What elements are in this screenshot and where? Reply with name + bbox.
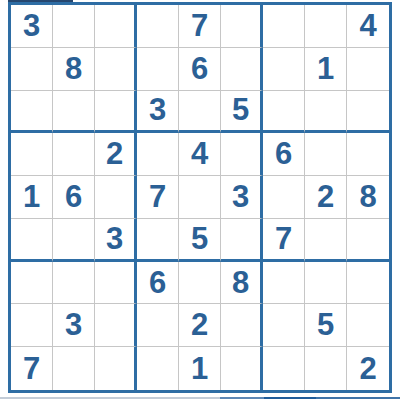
cell-r2c4[interactable]	[137, 48, 179, 91]
sudoku-board: 3748613524616732835768325712	[8, 2, 392, 393]
cell-r8c1[interactable]	[11, 304, 53, 347]
cell-r9c1[interactable]: 7	[11, 347, 53, 390]
cell-r7c1[interactable]	[11, 262, 53, 305]
cell-r1c7[interactable]	[263, 5, 305, 48]
cell-r1c6[interactable]	[221, 5, 263, 48]
cell-r8c8[interactable]: 5	[305, 304, 347, 347]
cell-r4c3[interactable]: 2	[95, 133, 137, 176]
cell-r3c6[interactable]: 5	[221, 91, 263, 134]
cell-r1c2[interactable]	[53, 5, 95, 48]
cell-r5c7[interactable]	[263, 176, 305, 219]
cell-r2c6[interactable]	[221, 48, 263, 91]
cell-r8c4[interactable]	[137, 304, 179, 347]
cell-r4c7[interactable]: 6	[263, 133, 305, 176]
cell-r9c4[interactable]	[137, 347, 179, 390]
cell-r5c8[interactable]: 2	[305, 176, 347, 219]
cell-r1c1[interactable]: 3	[11, 5, 53, 48]
cell-r3c9[interactable]	[347, 91, 389, 134]
cell-r2c7[interactable]	[263, 48, 305, 91]
cell-r5c2[interactable]: 6	[53, 176, 95, 219]
cell-r6c9[interactable]	[347, 219, 389, 262]
cell-r2c8[interactable]: 1	[305, 48, 347, 91]
cell-r6c8[interactable]	[305, 219, 347, 262]
cell-r3c7[interactable]	[263, 91, 305, 134]
cell-r6c5[interactable]: 5	[179, 219, 221, 262]
cell-r9c2[interactable]	[53, 347, 95, 390]
cell-r7c6[interactable]: 8	[221, 262, 263, 305]
cell-r2c3[interactable]	[95, 48, 137, 91]
sudoku-page: 3748613524616732835768325712	[0, 0, 400, 399]
cell-r1c9[interactable]: 4	[347, 5, 389, 48]
cell-r8c3[interactable]	[95, 304, 137, 347]
cell-r1c5[interactable]: 7	[179, 5, 221, 48]
cell-r7c4[interactable]: 6	[137, 262, 179, 305]
cell-r2c5[interactable]: 6	[179, 48, 221, 91]
cell-r8c6[interactable]	[221, 304, 263, 347]
cell-r8c5[interactable]: 2	[179, 304, 221, 347]
cell-r8c7[interactable]	[263, 304, 305, 347]
cell-r4c6[interactable]	[221, 133, 263, 176]
cell-r4c1[interactable]	[11, 133, 53, 176]
cell-r9c9[interactable]: 2	[347, 347, 389, 390]
cell-r5c4[interactable]: 7	[137, 176, 179, 219]
cell-r1c4[interactable]	[137, 5, 179, 48]
cell-r6c4[interactable]	[137, 219, 179, 262]
cell-r2c2[interactable]: 8	[53, 48, 95, 91]
cell-r7c3[interactable]	[95, 262, 137, 305]
cell-r1c8[interactable]	[305, 5, 347, 48]
cell-r4c4[interactable]	[137, 133, 179, 176]
cell-r6c6[interactable]	[221, 219, 263, 262]
cell-r2c1[interactable]	[11, 48, 53, 91]
cell-r6c2[interactable]	[53, 219, 95, 262]
cell-r3c1[interactable]	[11, 91, 53, 134]
cell-r7c7[interactable]	[263, 262, 305, 305]
cell-r6c7[interactable]: 7	[263, 219, 305, 262]
cell-r3c8[interactable]	[305, 91, 347, 134]
cell-r5c3[interactable]	[95, 176, 137, 219]
cell-r3c3[interactable]	[95, 91, 137, 134]
cell-r6c3[interactable]: 3	[95, 219, 137, 262]
cell-r9c6[interactable]	[221, 347, 263, 390]
cell-r7c8[interactable]	[305, 262, 347, 305]
cell-r1c3[interactable]	[95, 5, 137, 48]
cell-r5c6[interactable]: 3	[221, 176, 263, 219]
cell-r7c5[interactable]	[179, 262, 221, 305]
cell-r3c2[interactable]	[53, 91, 95, 134]
cell-r6c1[interactable]	[11, 219, 53, 262]
cell-r2c9[interactable]	[347, 48, 389, 91]
cell-r9c3[interactable]	[95, 347, 137, 390]
cell-r9c7[interactable]	[263, 347, 305, 390]
cell-r9c5[interactable]: 1	[179, 347, 221, 390]
cell-r4c5[interactable]: 4	[179, 133, 221, 176]
cell-r4c9[interactable]	[347, 133, 389, 176]
cell-r5c1[interactable]: 1	[11, 176, 53, 219]
cell-r8c9[interactable]	[347, 304, 389, 347]
cell-r5c9[interactable]: 8	[347, 176, 389, 219]
cell-r4c2[interactable]	[53, 133, 95, 176]
cell-r7c2[interactable]	[53, 262, 95, 305]
cell-r4c8[interactable]	[305, 133, 347, 176]
cell-r8c2[interactable]: 3	[53, 304, 95, 347]
cell-r5c5[interactable]	[179, 176, 221, 219]
cell-r9c8[interactable]	[305, 347, 347, 390]
cell-r3c5[interactable]	[179, 91, 221, 134]
cell-r3c4[interactable]: 3	[137, 91, 179, 134]
cell-r7c9[interactable]	[347, 262, 389, 305]
